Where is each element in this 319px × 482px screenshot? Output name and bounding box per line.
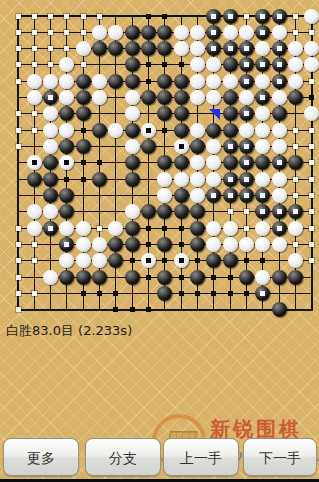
black-stone bbox=[223, 9, 238, 24]
dead-stone-mark bbox=[179, 144, 184, 149]
white-territory-marker bbox=[244, 14, 249, 19]
white-territory-marker bbox=[293, 30, 298, 35]
white-stone bbox=[288, 41, 303, 56]
black-stone bbox=[190, 221, 205, 236]
white-stone bbox=[288, 253, 303, 268]
black-stone bbox=[272, 74, 287, 89]
dead-stone-mark bbox=[228, 144, 233, 149]
go-app-screen: 白胜83.0目 (2.233s) 新锐围棋 GoChess.Cn 更多 分支 上… bbox=[0, 0, 319, 482]
black-stone bbox=[141, 90, 156, 105]
black-stone bbox=[288, 155, 303, 170]
white-stone bbox=[272, 25, 287, 40]
dead-stone-mark bbox=[244, 111, 249, 116]
white-stone bbox=[59, 123, 74, 138]
white-territory-marker bbox=[309, 258, 314, 263]
black-stone bbox=[157, 106, 172, 121]
black-stone bbox=[125, 25, 140, 40]
black-territory-marker bbox=[309, 95, 314, 100]
white-stone bbox=[59, 253, 74, 268]
white-territory-marker bbox=[48, 14, 53, 19]
white-territory-marker bbox=[81, 14, 86, 19]
black-territory-marker bbox=[195, 291, 200, 296]
white-territory-marker bbox=[32, 291, 37, 296]
white-stone bbox=[272, 139, 287, 154]
white-stone bbox=[255, 41, 270, 56]
white-territory-marker bbox=[32, 258, 37, 263]
white-stone bbox=[125, 90, 140, 105]
black-stone bbox=[108, 41, 123, 56]
dead-stone-mark bbox=[244, 160, 249, 165]
white-territory-marker bbox=[309, 177, 314, 182]
white-stone bbox=[190, 155, 205, 170]
more-button[interactable]: 更多 bbox=[3, 438, 79, 476]
white-stone bbox=[255, 270, 270, 285]
black-stone bbox=[239, 155, 254, 170]
white-territory-marker bbox=[81, 62, 86, 67]
black-stone bbox=[43, 155, 58, 170]
black-stone bbox=[223, 57, 238, 72]
black-territory-marker bbox=[113, 307, 118, 312]
white-stone bbox=[272, 123, 287, 138]
black-stone bbox=[223, 172, 238, 187]
black-territory-marker bbox=[179, 242, 184, 247]
white-stone bbox=[27, 90, 42, 105]
black-stone bbox=[43, 221, 58, 236]
white-stone bbox=[206, 221, 221, 236]
black-stone bbox=[255, 90, 270, 105]
white-stone bbox=[223, 74, 238, 89]
dead-stone-mark bbox=[32, 160, 37, 165]
bottom-button-row: 更多 分支 上一手 下一手 bbox=[0, 438, 319, 478]
white-stone bbox=[59, 90, 74, 105]
black-stone bbox=[157, 155, 172, 170]
black-stone bbox=[76, 139, 91, 154]
black-stone bbox=[157, 270, 172, 285]
black-territory-marker bbox=[162, 62, 167, 67]
white-territory-marker bbox=[228, 209, 233, 214]
white-stone bbox=[206, 74, 221, 89]
black-territory-marker bbox=[146, 62, 151, 67]
black-territory-marker bbox=[162, 128, 167, 133]
white-stone bbox=[92, 74, 107, 89]
black-territory-marker bbox=[211, 275, 216, 280]
white-territory-marker bbox=[32, 30, 37, 35]
black-stone bbox=[239, 57, 254, 72]
white-territory-marker bbox=[309, 226, 314, 231]
white-stone bbox=[190, 188, 205, 203]
black-stone bbox=[239, 270, 254, 285]
white-stone bbox=[27, 155, 42, 170]
white-stone bbox=[190, 90, 205, 105]
black-territory-marker bbox=[146, 242, 151, 247]
white-stone bbox=[76, 253, 91, 268]
black-stone bbox=[76, 270, 91, 285]
white-stone bbox=[27, 221, 42, 236]
dead-stone-mark bbox=[64, 160, 69, 165]
white-territory-marker bbox=[16, 128, 21, 133]
black-territory-marker bbox=[81, 128, 86, 133]
black-stone bbox=[92, 270, 107, 285]
black-stone bbox=[174, 123, 189, 138]
white-territory-marker bbox=[97, 14, 102, 19]
dead-stone-mark bbox=[244, 62, 249, 67]
black-territory-marker bbox=[179, 62, 184, 67]
white-stone bbox=[157, 188, 172, 203]
black-territory-marker bbox=[81, 177, 86, 182]
white-stone bbox=[239, 25, 254, 40]
white-territory-marker bbox=[293, 193, 298, 198]
white-stone bbox=[59, 57, 74, 72]
prev-move-button[interactable]: 上一手 bbox=[163, 438, 239, 476]
white-stone bbox=[255, 139, 270, 154]
black-stone bbox=[157, 286, 172, 301]
black-stone bbox=[43, 172, 58, 187]
black-stone bbox=[190, 237, 205, 252]
black-territory-marker bbox=[97, 291, 102, 296]
black-stone bbox=[108, 237, 123, 252]
white-territory-marker bbox=[48, 30, 53, 35]
black-territory-marker bbox=[81, 291, 86, 296]
black-stone bbox=[272, 106, 287, 121]
white-stone bbox=[272, 90, 287, 105]
black-stone bbox=[255, 204, 270, 219]
white-stone bbox=[59, 221, 74, 236]
white-stone bbox=[255, 123, 270, 138]
white-stone bbox=[76, 41, 91, 56]
white-stone bbox=[255, 172, 270, 187]
white-stone bbox=[174, 139, 189, 154]
dead-stone-mark bbox=[228, 177, 233, 182]
black-stone bbox=[206, 41, 221, 56]
black-territory-marker bbox=[81, 160, 86, 165]
black-territory-marker bbox=[244, 291, 249, 296]
dead-stone-mark bbox=[260, 62, 265, 67]
black-stone bbox=[223, 41, 238, 56]
black-stone bbox=[272, 41, 287, 56]
black-stone bbox=[239, 74, 254, 89]
dead-stone-mark bbox=[277, 160, 282, 165]
white-stone bbox=[239, 123, 254, 138]
white-stone bbox=[223, 221, 238, 236]
white-territory-marker bbox=[293, 128, 298, 133]
white-stone bbox=[92, 237, 107, 252]
white-stone bbox=[76, 221, 91, 236]
dead-stone-mark bbox=[260, 30, 265, 35]
dead-stone-mark bbox=[260, 209, 265, 214]
white-stone bbox=[174, 25, 189, 40]
next-move-button[interactable]: 下一手 bbox=[243, 438, 317, 476]
black-stone bbox=[272, 302, 287, 317]
black-territory-marker bbox=[244, 258, 249, 263]
white-stone bbox=[255, 106, 270, 121]
white-stone bbox=[206, 237, 221, 252]
white-territory-marker bbox=[309, 30, 314, 35]
dead-stone-mark bbox=[228, 46, 233, 51]
black-stone bbox=[288, 204, 303, 219]
white-territory-marker bbox=[48, 46, 53, 51]
white-stone bbox=[223, 237, 238, 252]
black-stone bbox=[125, 155, 140, 170]
black-territory-marker bbox=[179, 275, 184, 280]
dead-stone-mark bbox=[211, 193, 216, 198]
white-territory-marker bbox=[32, 46, 37, 51]
white-stone bbox=[190, 57, 205, 72]
white-territory-marker bbox=[293, 14, 298, 19]
black-stone bbox=[272, 9, 287, 24]
black-stone bbox=[76, 90, 91, 105]
white-stone bbox=[288, 57, 303, 72]
black-stone bbox=[141, 25, 156, 40]
white-territory-marker bbox=[16, 111, 21, 116]
white-stone bbox=[288, 221, 303, 236]
black-stone bbox=[92, 172, 107, 187]
black-stone bbox=[255, 25, 270, 40]
black-stone bbox=[223, 106, 238, 121]
white-stone bbox=[43, 106, 58, 121]
black-territory-marker bbox=[146, 275, 151, 280]
white-territory-marker bbox=[16, 79, 21, 84]
dead-stone-mark bbox=[146, 258, 151, 263]
black-stone bbox=[59, 204, 74, 219]
white-stone bbox=[125, 204, 140, 219]
white-stone bbox=[157, 172, 172, 187]
white-stone bbox=[141, 253, 156, 268]
black-stone bbox=[239, 139, 254, 154]
black-stone bbox=[190, 270, 205, 285]
white-stone bbox=[43, 204, 58, 219]
white-stone bbox=[141, 123, 156, 138]
black-stone bbox=[59, 139, 74, 154]
dead-stone-mark bbox=[211, 46, 216, 51]
white-territory-marker bbox=[16, 242, 21, 247]
black-stone bbox=[223, 123, 238, 138]
white-territory-marker bbox=[16, 226, 21, 231]
dead-stone-mark bbox=[277, 209, 282, 214]
black-stone bbox=[157, 25, 172, 40]
black-stone bbox=[174, 74, 189, 89]
black-stone bbox=[255, 286, 270, 301]
black-territory-marker bbox=[179, 226, 184, 231]
black-stone bbox=[255, 155, 270, 170]
white-stone bbox=[108, 25, 123, 40]
black-stone bbox=[174, 106, 189, 121]
black-stone bbox=[43, 188, 58, 203]
dead-stone-mark bbox=[260, 95, 265, 100]
dead-stone-mark bbox=[228, 193, 233, 198]
dead-stone-mark bbox=[48, 226, 53, 231]
white-territory-marker bbox=[244, 209, 249, 214]
black-stone bbox=[125, 172, 140, 187]
white-stone bbox=[43, 139, 58, 154]
dead-stone-mark bbox=[179, 258, 184, 263]
white-territory-marker bbox=[81, 30, 86, 35]
black-territory-marker bbox=[146, 14, 151, 19]
black-stone bbox=[272, 221, 287, 236]
black-territory-marker bbox=[162, 258, 167, 263]
white-stone bbox=[239, 90, 254, 105]
dead-stone-mark bbox=[211, 14, 216, 19]
white-stone bbox=[174, 172, 189, 187]
white-territory-marker bbox=[309, 242, 314, 247]
white-stone bbox=[43, 123, 58, 138]
black-stone bbox=[223, 155, 238, 170]
black-stone bbox=[223, 188, 238, 203]
white-stone bbox=[59, 155, 74, 170]
black-stone bbox=[206, 9, 221, 24]
white-stone bbox=[272, 188, 287, 203]
dead-stone-mark bbox=[260, 193, 265, 198]
white-stone bbox=[304, 57, 319, 72]
white-territory-marker bbox=[16, 144, 21, 149]
black-territory-marker bbox=[179, 291, 184, 296]
white-stone bbox=[92, 253, 107, 268]
white-territory-marker bbox=[32, 14, 37, 19]
black-stone bbox=[125, 270, 140, 285]
black-stone bbox=[206, 253, 221, 268]
white-territory-marker bbox=[32, 242, 37, 247]
black-stone bbox=[223, 139, 238, 154]
white-territory-marker bbox=[16, 62, 21, 67]
black-territory-marker bbox=[211, 291, 216, 296]
white-stone bbox=[43, 74, 58, 89]
black-stone bbox=[76, 74, 91, 89]
black-stone bbox=[125, 74, 140, 89]
white-territory-marker bbox=[16, 30, 21, 35]
dead-stone-mark bbox=[244, 193, 249, 198]
white-territory-marker bbox=[293, 242, 298, 247]
dead-stone-mark bbox=[293, 209, 298, 214]
white-territory-marker bbox=[64, 30, 69, 35]
black-stone bbox=[190, 139, 205, 154]
black-stone bbox=[141, 41, 156, 56]
black-stone bbox=[206, 188, 221, 203]
white-stone bbox=[239, 237, 254, 252]
white-stone bbox=[190, 172, 205, 187]
white-territory-marker bbox=[48, 62, 53, 67]
dead-stone-mark bbox=[228, 14, 233, 19]
black-stone bbox=[59, 188, 74, 203]
last-move-triangle-marker bbox=[209, 109, 220, 120]
white-territory-marker bbox=[309, 160, 314, 165]
dead-stone-mark bbox=[244, 144, 249, 149]
black-territory-marker bbox=[146, 226, 151, 231]
black-territory-marker bbox=[162, 226, 167, 231]
branch-button[interactable]: 分支 bbox=[85, 438, 161, 476]
dead-stone-mark bbox=[146, 128, 151, 133]
white-territory-marker bbox=[309, 193, 314, 198]
white-territory-marker bbox=[309, 144, 314, 149]
white-territory-marker bbox=[244, 226, 249, 231]
white-stone bbox=[174, 41, 189, 56]
white-territory-marker bbox=[16, 291, 21, 296]
black-stone bbox=[125, 57, 140, 72]
black-territory-marker bbox=[146, 307, 151, 312]
white-territory-marker bbox=[293, 144, 298, 149]
white-stone bbox=[43, 270, 58, 285]
white-stone bbox=[255, 74, 270, 89]
black-stone bbox=[92, 41, 107, 56]
black-territory-marker bbox=[162, 14, 167, 19]
grid-hline bbox=[17, 309, 313, 311]
black-territory-marker bbox=[130, 307, 135, 312]
black-stone bbox=[108, 74, 123, 89]
white-stone bbox=[272, 237, 287, 252]
dead-stone-mark bbox=[277, 14, 282, 19]
white-stone bbox=[223, 25, 238, 40]
black-stone bbox=[174, 204, 189, 219]
black-stone bbox=[288, 90, 303, 105]
black-stone bbox=[255, 9, 270, 24]
dead-stone-mark bbox=[277, 62, 282, 67]
black-stone bbox=[255, 188, 270, 203]
black-stone bbox=[206, 123, 221, 138]
black-stone bbox=[239, 41, 254, 56]
white-stone bbox=[206, 90, 221, 105]
black-stone bbox=[157, 74, 172, 89]
white-territory-marker bbox=[16, 275, 21, 280]
dead-stone-mark bbox=[244, 46, 249, 51]
black-territory-marker bbox=[64, 177, 69, 182]
black-stone bbox=[125, 237, 140, 252]
black-stone bbox=[125, 41, 140, 56]
black-stone bbox=[239, 188, 254, 203]
white-stone bbox=[206, 57, 221, 72]
black-stone bbox=[272, 155, 287, 170]
black-stone bbox=[59, 106, 74, 121]
dead-stone-mark bbox=[277, 79, 282, 84]
white-stone bbox=[174, 253, 189, 268]
dead-stone-mark bbox=[64, 242, 69, 247]
white-stone bbox=[27, 74, 42, 89]
black-stone bbox=[157, 41, 172, 56]
black-stone bbox=[239, 172, 254, 187]
white-stone bbox=[206, 155, 221, 170]
white-territory-marker bbox=[64, 14, 69, 19]
black-territory-marker bbox=[97, 160, 102, 165]
black-stone bbox=[59, 270, 74, 285]
black-stone bbox=[223, 90, 238, 105]
white-territory-marker bbox=[309, 79, 314, 84]
black-stone bbox=[157, 204, 172, 219]
white-territory-marker bbox=[16, 307, 21, 312]
black-stone bbox=[272, 204, 287, 219]
white-territory-marker bbox=[293, 177, 298, 182]
black-stone bbox=[125, 123, 140, 138]
dead-stone-mark bbox=[244, 177, 249, 182]
black-stone bbox=[43, 90, 58, 105]
black-stone bbox=[272, 57, 287, 72]
black-territory-marker bbox=[260, 258, 265, 263]
black-stone bbox=[223, 253, 238, 268]
white-stone bbox=[190, 123, 205, 138]
score-status-text: 白胜83.0目 (2.233s) bbox=[6, 322, 132, 340]
dead-stone-mark bbox=[277, 226, 282, 231]
white-territory-marker bbox=[16, 258, 21, 263]
white-stone bbox=[125, 139, 140, 154]
dead-stone-mark bbox=[244, 79, 249, 84]
black-territory-marker bbox=[228, 275, 233, 280]
white-stone bbox=[190, 25, 205, 40]
black-stone bbox=[141, 139, 156, 154]
dead-stone-mark bbox=[48, 95, 53, 100]
go-board[interactable] bbox=[0, 0, 319, 320]
black-stone bbox=[76, 106, 91, 121]
white-stone bbox=[255, 221, 270, 236]
white-stone bbox=[92, 90, 107, 105]
white-territory-marker bbox=[32, 62, 37, 67]
white-territory-marker bbox=[309, 128, 314, 133]
white-territory-marker bbox=[309, 209, 314, 214]
